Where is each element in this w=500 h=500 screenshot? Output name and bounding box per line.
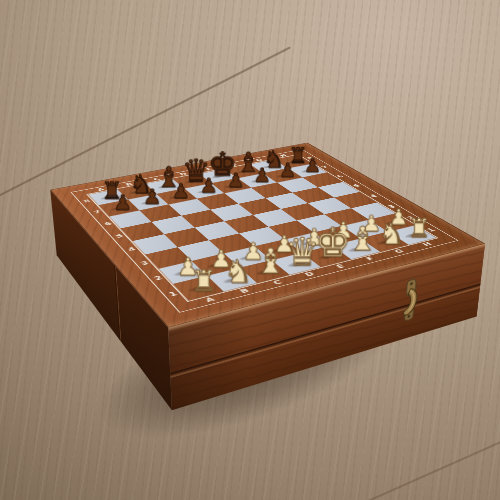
black-pawn-glyph: ♟ — [101, 193, 145, 214]
latch-icon — [397, 275, 424, 326]
lid-seam — [114, 265, 120, 342]
scene: ABCDEFGH ABCDEFGH 87654321 87654321 ♜♞♝♛… — [0, 0, 500, 500]
white-rook-glyph: ♜ — [178, 267, 231, 296]
plank-seam — [312, 411, 500, 500]
